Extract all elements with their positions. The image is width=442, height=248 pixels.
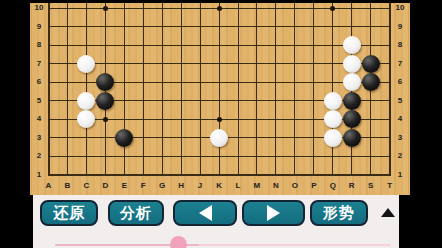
star-point-D4 — [103, 117, 108, 122]
grid-line-col-B — [67, 3, 68, 176]
col-label-A: A — [46, 182, 52, 190]
black-stone-D5 — [96, 92, 114, 110]
col-label-R: R — [349, 182, 355, 190]
grid-line-row-7 — [48, 63, 391, 64]
prev-move-button[interactable] — [173, 200, 237, 226]
grid-line-col-Q — [332, 3, 333, 176]
row-label-right-4: 4 — [398, 115, 402, 123]
col-label-D: D — [102, 182, 108, 190]
row-label-left-4: 4 — [37, 115, 41, 123]
col-label-H: H — [178, 182, 184, 190]
grid-line-col-L — [238, 3, 239, 176]
go-board[interactable]: ABCDEFGHJKLMNOPQRST101099887766554433221… — [30, 3, 410, 195]
black-stone-R3 — [343, 129, 361, 147]
col-label-S: S — [368, 182, 373, 190]
row-label-right-5: 5 — [398, 97, 402, 105]
row-label-right-9: 9 — [398, 23, 402, 31]
grid-line-col-P — [313, 3, 314, 176]
black-stone-S7 — [362, 55, 380, 73]
grid-line-col-K — [219, 3, 220, 176]
up-triangle-icon — [381, 208, 395, 217]
col-label-B: B — [65, 182, 71, 190]
next-move-button[interactable] — [242, 200, 305, 226]
col-label-J: J — [198, 182, 202, 190]
grid-line-col-A — [48, 3, 50, 176]
col-label-K: K — [216, 182, 222, 190]
move-slider-track[interactable] — [55, 244, 391, 246]
row-label-left-8: 8 — [37, 41, 41, 49]
row-label-right-10: 10 — [396, 4, 405, 12]
row-label-right-7: 7 — [398, 60, 402, 68]
undo-button[interactable]: 还原 — [40, 200, 98, 226]
col-label-C: C — [84, 182, 90, 190]
control-panel: 还原 分析 形势 — [33, 195, 399, 248]
col-label-N: N — [273, 182, 279, 190]
grid-line-col-T — [389, 3, 391, 176]
analyze-button[interactable]: 分析 — [108, 200, 164, 226]
black-stone-E3 — [115, 129, 133, 147]
grid-line-row-9 — [48, 26, 391, 27]
row-label-left-1: 1 — [37, 171, 41, 179]
white-stone-Q5 — [324, 92, 342, 110]
grid-line-row-2 — [48, 156, 391, 157]
col-label-P: P — [311, 182, 316, 190]
row-label-left-10: 10 — [35, 4, 44, 12]
grid-line-row-1 — [48, 174, 391, 176]
row-label-left-9: 9 — [37, 23, 41, 31]
row-label-left-3: 3 — [37, 134, 41, 142]
col-label-M: M — [254, 182, 261, 190]
row-label-left-6: 6 — [37, 78, 41, 86]
white-stone-K3 — [210, 129, 228, 147]
col-label-F: F — [141, 182, 146, 190]
col-label-L: L — [236, 182, 241, 190]
collapse-panel-button[interactable] — [379, 204, 397, 220]
white-stone-Q4 — [324, 110, 342, 128]
white-stone-C4 — [77, 110, 95, 128]
grid-line-col-M — [256, 3, 257, 176]
grid-line-col-C — [86, 3, 87, 176]
grid-line-col-J — [200, 3, 201, 176]
row-label-left-7: 7 — [37, 60, 41, 68]
col-label-T: T — [387, 182, 392, 190]
situation-button[interactable]: 形势 — [310, 200, 368, 226]
grid-line-col-N — [275, 3, 276, 176]
col-label-O: O — [292, 182, 298, 190]
white-stone-R7 — [343, 55, 361, 73]
row-label-right-8: 8 — [398, 41, 402, 49]
right-arrow-icon — [267, 205, 280, 221]
grid-line-col-H — [181, 3, 182, 176]
grid-line-col-O — [294, 3, 295, 176]
grid-line-row-8 — [48, 45, 391, 46]
white-stone-R6 — [343, 73, 361, 91]
left-arrow-icon — [199, 205, 212, 221]
app-screen: ABCDEFGHJKLMNOPQRST101099887766554433221… — [0, 0, 442, 248]
row-label-right-6: 6 — [398, 78, 402, 86]
row-label-left-2: 2 — [37, 152, 41, 160]
col-label-E: E — [122, 182, 127, 190]
black-stone-R4 — [343, 110, 361, 128]
grid-line-col-G — [162, 3, 163, 176]
star-point-K4 — [217, 117, 222, 122]
white-stone-C7 — [77, 55, 95, 73]
black-stone-S6 — [362, 73, 380, 91]
white-stone-R8 — [343, 36, 361, 54]
black-stone-D6 — [96, 73, 114, 91]
col-label-Q: Q — [330, 182, 336, 190]
col-label-G: G — [159, 182, 165, 190]
star-point-D10 — [103, 6, 108, 11]
row-label-left-5: 5 — [37, 97, 41, 105]
move-slider-thumb[interactable] — [170, 236, 187, 248]
white-stone-C5 — [77, 92, 95, 110]
row-label-right-1: 1 — [398, 171, 402, 179]
grid-line-col-F — [143, 3, 144, 176]
row-label-right-2: 2 — [398, 152, 402, 160]
black-stone-R5 — [343, 92, 361, 110]
star-point-K10 — [217, 6, 222, 11]
grid-line-col-E — [124, 3, 125, 176]
white-stone-Q3 — [324, 129, 342, 147]
row-label-right-3: 3 — [398, 134, 402, 142]
star-point-Q10 — [330, 6, 335, 11]
